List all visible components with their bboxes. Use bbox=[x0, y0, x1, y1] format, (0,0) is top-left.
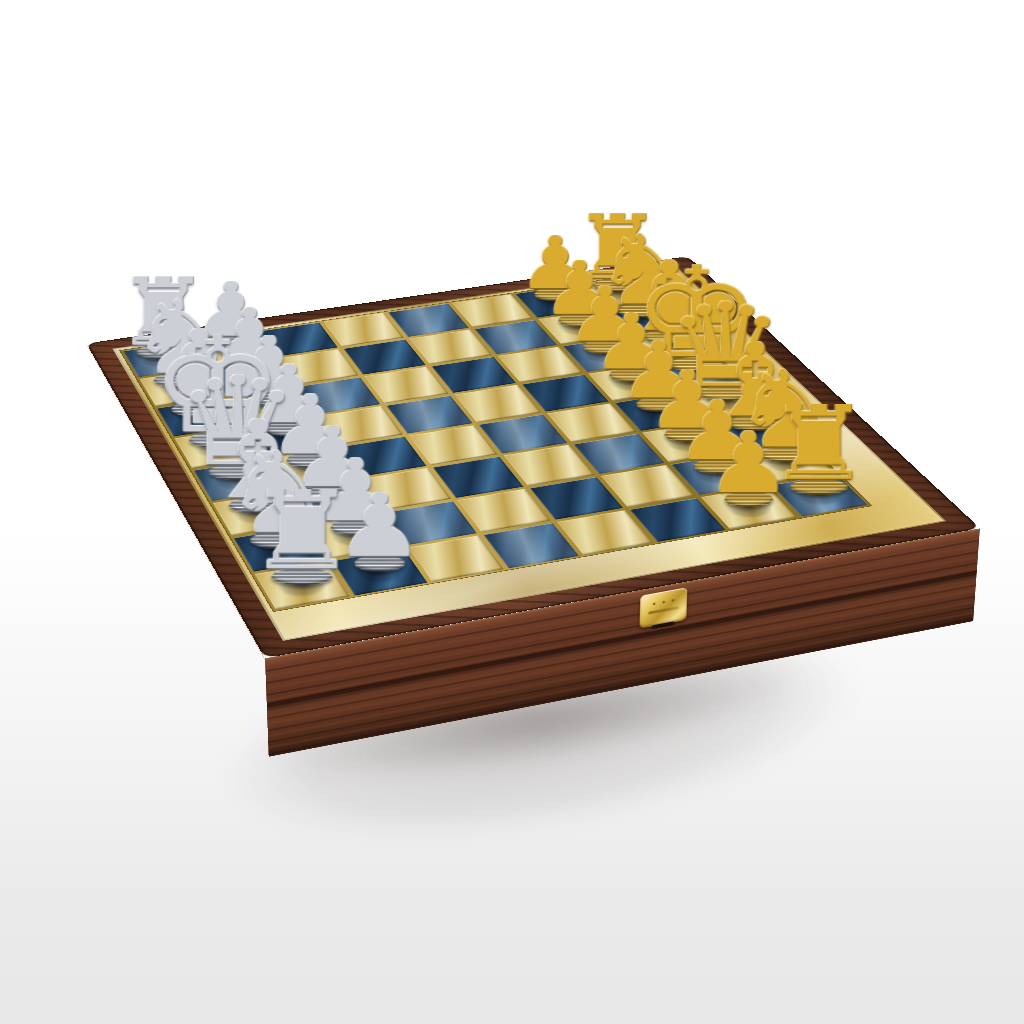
square-r3-c7[interactable] bbox=[563, 337, 648, 372]
piece-gold-bishop[interactable]: ♝ bbox=[621, 259, 718, 344]
square-r1-c7[interactable] bbox=[515, 285, 596, 318]
product-photo-chess-set: ♜♟♟♜♞♟♟♞♝♟♟♝♚♟♟♚♛♟♟♛♝♟♟♝♞♟♟♞♜♟♟♜ bbox=[0, 0, 1024, 1024]
square-r2-c4[interactable] bbox=[343, 339, 426, 374]
chess-piece-glyph: ♟ bbox=[567, 285, 643, 344]
ribbed-piece-base bbox=[593, 278, 643, 292]
chess-piece-glyph: ♟ bbox=[519, 235, 592, 292]
piece-silver-rook[interactable]: ♜ bbox=[247, 489, 357, 586]
square-r2-c6[interactable] bbox=[474, 320, 557, 354]
chess-case: ♜♟♟♜♞♟♟♞♝♟♟♝♚♟♟♚♛♟♟♛♝♟♟♝♞♟♟♞♜♟♟♜ bbox=[86, 256, 980, 658]
square-r2-c8[interactable] bbox=[602, 301, 685, 334]
case-clasp bbox=[640, 587, 688, 628]
square-r1-c5[interactable] bbox=[388, 303, 469, 337]
chess-piece-glyph: ♟ bbox=[542, 260, 617, 318]
square-r1-c8[interactable] bbox=[577, 276, 658, 308]
chess-piece-glyph: ♝ bbox=[621, 259, 718, 334]
square-r4-c4[interactable] bbox=[386, 395, 473, 433]
scene-3d: ♜♟♟♜♞♟♟♞♝♟♟♝♚♟♟♚♛♟♟♛♝♟♟♝♞♟♟♞♜♟♟♜ bbox=[0, 0, 1024, 1024]
piece-contact-shadow bbox=[606, 303, 681, 333]
piece-gold-pawn[interactable]: ♟ bbox=[542, 260, 617, 327]
clasp-latch-slot bbox=[651, 621, 674, 629]
piece-gold-knight[interactable]: ♞ bbox=[594, 233, 691, 318]
chessboard[interactable]: ♜♟♟♜♞♟♟♞♝♟♟♝♚♟♟♚♛♟♟♛♝♟♟♝♞♟♟♞♜♟♟♜ bbox=[120, 275, 871, 611]
piece-contact-shadow bbox=[543, 312, 618, 342]
ribbed-piece-base bbox=[618, 303, 669, 317]
ribbed-piece-base bbox=[558, 313, 601, 327]
square-r4-c6[interactable] bbox=[522, 374, 609, 411]
piece-gold-pawn[interactable]: ♟ bbox=[706, 431, 791, 508]
piece-gold-pawn[interactable]: ♟ bbox=[519, 235, 592, 301]
ribbed-piece-base bbox=[644, 330, 696, 344]
ribbed-piece-base bbox=[534, 287, 576, 301]
piece-contact-shadow bbox=[581, 278, 654, 307]
chess-piece-glyph: ♜ bbox=[573, 213, 663, 282]
chess-piece-glyph: ♞ bbox=[594, 233, 691, 308]
chess-piece-glyph: ♜ bbox=[247, 489, 357, 574]
chess-piece-glyph: ♟ bbox=[706, 431, 791, 497]
piece-contact-shadow bbox=[519, 287, 592, 316]
piece-gold-rook[interactable]: ♜ bbox=[573, 213, 663, 292]
square-r3-c5[interactable] bbox=[431, 357, 516, 393]
